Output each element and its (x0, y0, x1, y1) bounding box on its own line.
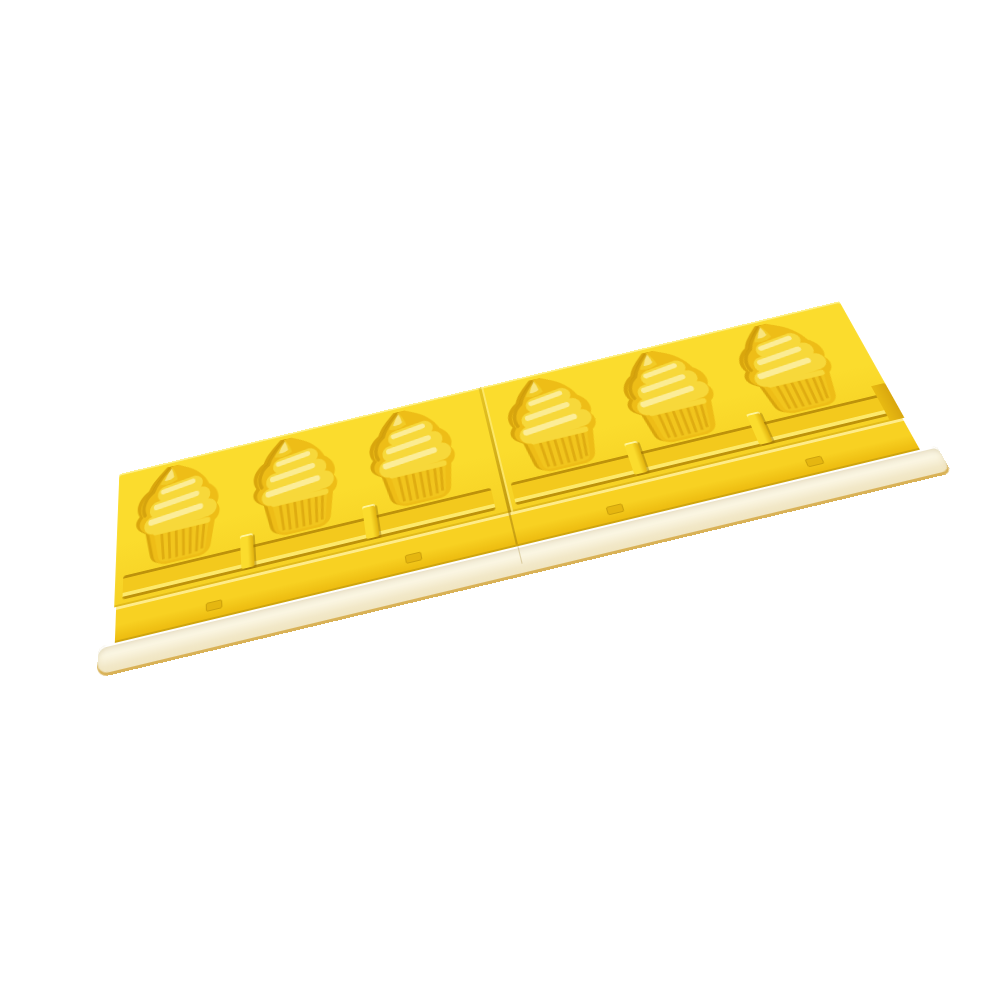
latch-notch (405, 551, 423, 564)
product-photo-background (0, 0, 1000, 1000)
cupcake-cavity (245, 426, 353, 544)
cupcake-icon (493, 366, 619, 480)
cupcake-cavity (129, 453, 232, 573)
cupcake-icon (606, 339, 740, 451)
mold-scene (87, 279, 926, 719)
mold-assembly (112, 301, 937, 672)
cupcake-icon (719, 312, 861, 422)
cupcake-cavity (493, 366, 619, 480)
cupcake-cavity (358, 398, 474, 514)
cupcake-icon (129, 453, 232, 573)
cupcake-icon (358, 398, 474, 514)
cupcake-cavity (719, 312, 861, 422)
cupcake-icon (245, 426, 353, 544)
latch-notch (206, 599, 223, 612)
latch-notch (606, 503, 625, 515)
tray-seam (517, 546, 522, 564)
cupcake-cavity (606, 339, 740, 451)
front-seam (508, 512, 518, 544)
latch-notch (804, 455, 824, 467)
